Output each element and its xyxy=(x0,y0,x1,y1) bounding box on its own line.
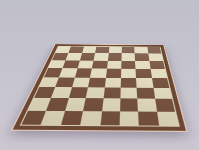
square-h7 xyxy=(148,54,163,61)
square-h4 xyxy=(152,78,170,88)
square-h1 xyxy=(157,111,179,125)
board-frame xyxy=(13,44,186,131)
square-h6 xyxy=(149,61,165,69)
square-f7 xyxy=(121,53,135,60)
square-e3 xyxy=(103,87,121,98)
square-g5 xyxy=(136,69,152,78)
square-d2 xyxy=(83,98,103,111)
square-h3 xyxy=(153,88,172,99)
square-d3 xyxy=(86,87,105,98)
square-d4 xyxy=(88,77,105,87)
square-d1 xyxy=(80,111,101,125)
square-d7 xyxy=(94,53,109,60)
square-e5 xyxy=(106,69,122,78)
square-g7 xyxy=(135,54,149,61)
square-f6 xyxy=(121,61,136,69)
square-d6 xyxy=(92,61,108,69)
square-e4 xyxy=(104,78,121,88)
square-f5 xyxy=(121,69,136,78)
photo-background xyxy=(0,0,199,150)
square-f4 xyxy=(121,78,137,88)
square-e1 xyxy=(100,111,120,125)
square-g6 xyxy=(135,61,150,69)
square-e7 xyxy=(107,53,121,60)
square-h5 xyxy=(150,69,167,78)
square-g2 xyxy=(138,99,157,112)
square-g3 xyxy=(137,88,155,99)
board-grid xyxy=(20,46,180,127)
square-f1 xyxy=(120,111,140,125)
square-f3 xyxy=(120,87,137,98)
square-g1 xyxy=(138,111,158,125)
square-g4 xyxy=(136,78,153,88)
square-e6 xyxy=(107,61,122,69)
square-h2 xyxy=(155,99,175,112)
square-e2 xyxy=(102,98,121,111)
square-f2 xyxy=(120,99,138,112)
square-d5 xyxy=(90,69,106,78)
chess-board xyxy=(13,44,186,131)
